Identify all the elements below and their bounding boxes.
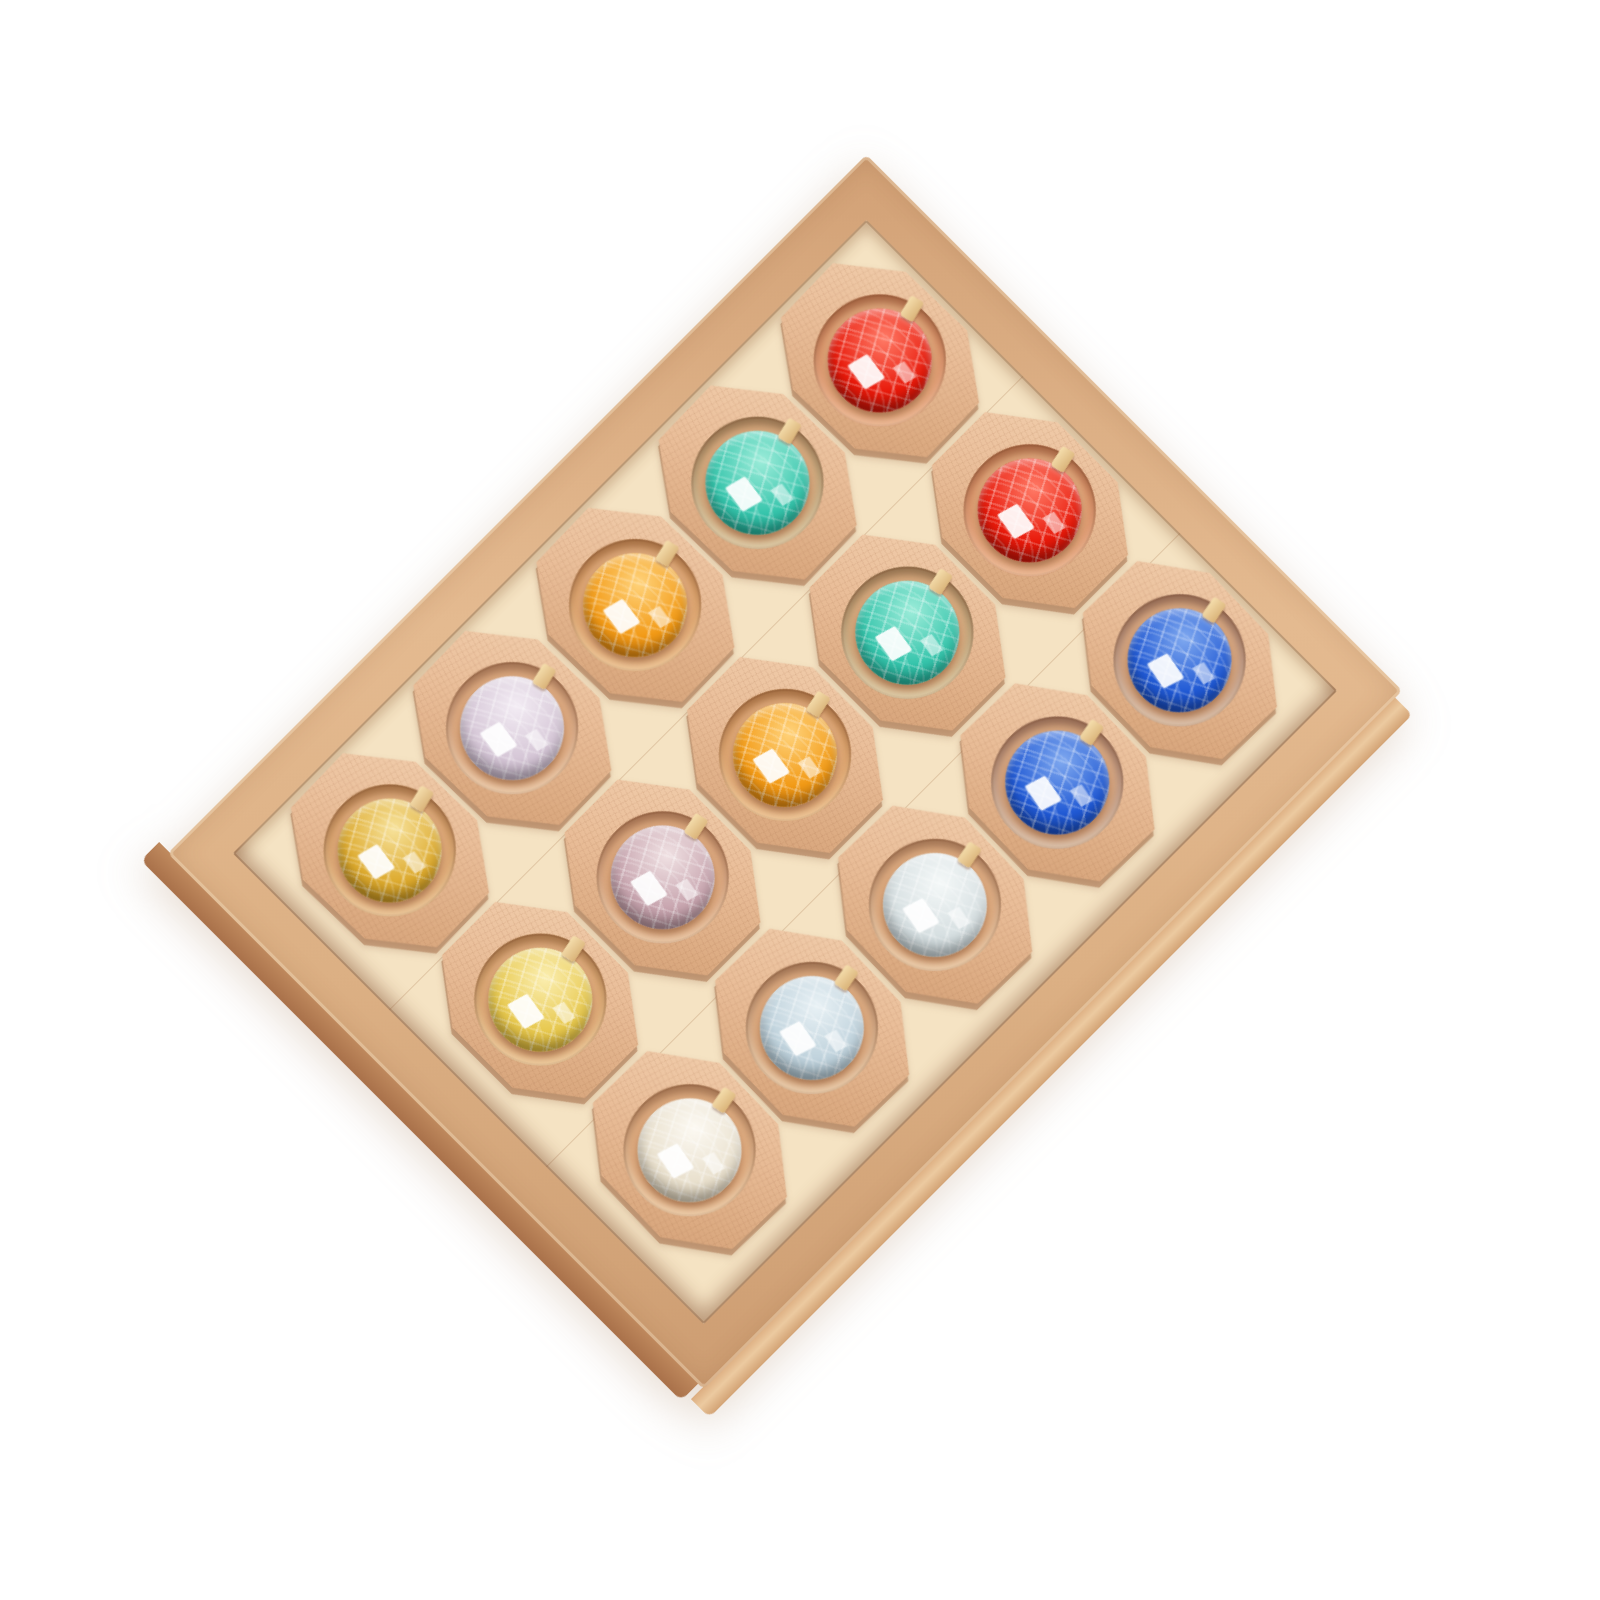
pale_blue-gem: [739, 954, 886, 1101]
orange-gem: [562, 532, 709, 679]
mauve-gem: [589, 804, 736, 951]
yellow-gem: [467, 926, 614, 1073]
silver-gem: [861, 831, 1008, 978]
blue-gem: [984, 709, 1131, 856]
orange-gem: [711, 681, 858, 828]
wooden-tray: [168, 155, 1403, 1390]
red-gem: [807, 287, 954, 434]
teal-gem: [834, 559, 981, 706]
product-photo-scene: [0, 0, 1600, 1600]
clear-gem: [616, 1076, 763, 1223]
wooden-peg: [532, 662, 557, 689]
red-gem: [956, 437, 1103, 584]
lilac-gem: [439, 654, 586, 801]
teal-gem: [684, 409, 831, 556]
gold-gem: [317, 777, 464, 924]
blue-gem: [1106, 586, 1253, 733]
